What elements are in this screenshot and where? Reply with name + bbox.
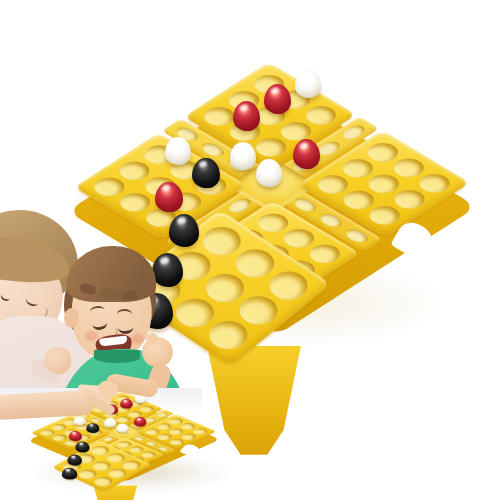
product-photo (0, 0, 500, 500)
hands-layer (0, 0, 500, 500)
left-child-forearm (0, 390, 95, 421)
